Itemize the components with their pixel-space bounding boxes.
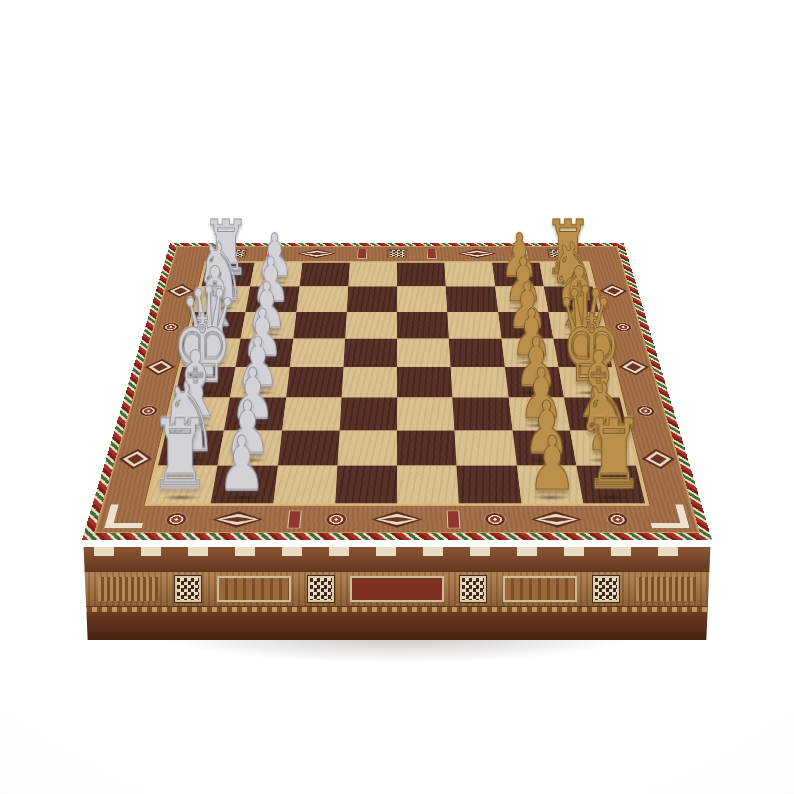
rosette-motif-icon <box>605 513 630 527</box>
square-r7c1[interactable]: ♟ <box>211 465 278 503</box>
rosette-motif-icon <box>164 513 189 527</box>
diamond-motif-icon <box>530 511 584 527</box>
square-r7c3[interactable] <box>335 465 397 503</box>
square-r5c5[interactable] <box>453 398 513 431</box>
square-r2c4[interactable] <box>397 312 449 339</box>
square-r7c7[interactable]: ♜ <box>576 465 645 503</box>
red-bar-motif-icon <box>287 511 301 529</box>
product-photo-scene: ♜♟♟♜♞♟♟♞♝♟♟♝♛♟♟♛♚♟♟♚♝♟♟♝♞♟♟♞♜♟♟♜ <box>0 0 794 794</box>
square-r4c4[interactable] <box>397 367 453 398</box>
mosaic-border: ♜♟♟♜♞♟♟♞♝♟♟♝♛♟♟♛♚♟♟♚♝♟♟♝♞♟♟♞♜♟♟♜ <box>94 246 700 533</box>
square-r4c3[interactable] <box>341 367 397 398</box>
red-panel-icon <box>350 576 444 602</box>
star-checker-motif-icon <box>175 576 201 602</box>
square-r4c2[interactable] <box>286 367 343 398</box>
front-panel-band <box>82 571 712 607</box>
star-checker-motif-icon <box>308 576 334 602</box>
square-r0c3[interactable] <box>348 263 397 287</box>
star-checker-motif-icon <box>460 576 486 602</box>
square-r5c2[interactable] <box>282 398 342 431</box>
checker-motif-icon <box>388 249 406 257</box>
stripe-panel-icon <box>636 577 696 601</box>
corner-L-motif-icon <box>104 504 147 528</box>
square-r3c4[interactable] <box>397 338 451 367</box>
square-r2c5[interactable] <box>447 312 501 339</box>
diamond-motif-icon <box>639 449 678 469</box>
rosette-motif-icon <box>484 513 507 527</box>
square-r4c5[interactable] <box>451 367 508 398</box>
square-r1c4[interactable] <box>397 287 447 312</box>
white-pawn[interactable]: ♟ <box>218 427 266 502</box>
chess-box-top: ♜♟♟♜♞♟♟♞♝♟♟♝♛♟♟♛♚♟♟♚♝♟♟♝♞♟♟♞♜♟♟♜ <box>82 243 712 540</box>
perspective-container: ♜♟♟♜♞♟♟♞♝♟♟♝♛♟♟♛♚♟♟♚♝♟♟♝♞♟♟♞♜♟♟♜ <box>82 0 712 540</box>
red-bar-motif-icon <box>357 249 367 259</box>
inlay-dashes <box>94 547 700 556</box>
diamond-motif-icon <box>297 249 336 258</box>
square-r3c3[interactable] <box>343 338 397 367</box>
square-r6c3[interactable] <box>337 430 397 465</box>
square-r7c4[interactable] <box>397 465 459 503</box>
square-r3c5[interactable] <box>449 338 505 367</box>
chess-board: ♜♟♟♜♞♟♟♞♝♟♟♝♛♟♟♛♚♟♟♚♝♟♟♝♞♟♟♞♜♟♟♜ <box>149 263 645 503</box>
black-pawn[interactable]: ♟ <box>528 427 576 502</box>
square-r7c6[interactable]: ♟ <box>516 465 583 503</box>
box-front-face <box>82 540 712 640</box>
diamond-motif-icon <box>458 249 497 258</box>
wood-panel-icon <box>217 576 291 602</box>
square-r6c2[interactable] <box>278 430 340 465</box>
square-r5c3[interactable] <box>339 398 397 431</box>
square-r0c2[interactable] <box>299 263 349 287</box>
border-strip-near <box>138 506 657 534</box>
square-r2c3[interactable] <box>345 312 397 339</box>
white-rook[interactable]: ♜ <box>149 406 211 502</box>
corner-L-motif-icon <box>646 504 689 528</box>
square-r7c2[interactable] <box>273 465 337 503</box>
stripe-panel-icon <box>98 577 158 601</box>
square-r5c4[interactable] <box>397 398 455 431</box>
square-r1c2[interactable] <box>296 287 348 312</box>
square-r7c5[interactable] <box>457 465 521 503</box>
red-bar-motif-icon <box>447 511 461 529</box>
square-r6c4[interactable] <box>397 430 457 465</box>
diamond-motif-icon <box>371 511 422 527</box>
diamond-motif-icon <box>211 511 265 527</box>
square-r2c2[interactable] <box>293 312 347 339</box>
square-r1c5[interactable] <box>446 287 498 312</box>
rosette-motif-icon <box>325 513 347 527</box>
square-r6c5[interactable] <box>455 430 517 465</box>
black-rook[interactable]: ♜ <box>583 406 645 502</box>
square-r7c0[interactable]: ♜ <box>149 465 218 503</box>
red-bar-motif-icon <box>427 249 437 259</box>
square-r3c2[interactable] <box>289 338 345 367</box>
square-r1c3[interactable] <box>347 287 397 312</box>
square-r0c5[interactable] <box>444 263 494 287</box>
front-dash-band <box>82 547 712 571</box>
wood-panel-icon <box>503 576 577 602</box>
square-r0c4[interactable] <box>397 263 446 287</box>
board-frame: ♜♟♟♜♞♟♟♞♝♟♟♝♛♟♟♛♚♟♟♚♝♟♟♝♞♟♟♞♜♟♟♜ <box>144 261 649 505</box>
star-checker-motif-icon <box>593 576 619 602</box>
